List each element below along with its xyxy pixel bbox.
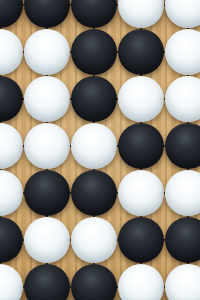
white-stone[interactable] <box>118 0 164 28</box>
white-stone[interactable] <box>0 264 23 300</box>
black-stone[interactable] <box>0 0 23 28</box>
white-stone[interactable] <box>118 76 164 122</box>
white-stone[interactable] <box>24 217 70 263</box>
white-stone[interactable] <box>71 217 117 263</box>
black-stone[interactable] <box>24 264 70 300</box>
white-stone[interactable] <box>118 264 164 300</box>
black-stone[interactable] <box>24 0 70 28</box>
white-stone[interactable] <box>0 123 23 169</box>
black-stone[interactable] <box>71 264 117 300</box>
black-stone[interactable] <box>71 170 117 216</box>
black-stone[interactable] <box>71 29 117 75</box>
black-stone[interactable] <box>118 123 164 169</box>
black-stone[interactable] <box>0 217 23 263</box>
white-stone[interactable] <box>0 29 23 75</box>
black-stone[interactable] <box>118 217 164 263</box>
photo-canvas <box>0 0 200 300</box>
white-stone[interactable] <box>0 170 23 216</box>
white-stone[interactable] <box>24 29 70 75</box>
white-stone[interactable] <box>165 76 200 122</box>
white-stone[interactable] <box>24 123 70 169</box>
black-stone[interactable] <box>165 217 200 263</box>
white-stone[interactable] <box>165 0 200 28</box>
black-stone[interactable] <box>0 76 23 122</box>
white-stone[interactable] <box>118 170 164 216</box>
white-stone[interactable] <box>71 123 117 169</box>
white-stone[interactable] <box>165 264 200 300</box>
black-stone[interactable] <box>71 0 117 28</box>
white-stone[interactable] <box>24 76 70 122</box>
black-stone[interactable] <box>165 123 200 169</box>
black-stone[interactable] <box>118 29 164 75</box>
black-stone[interactable] <box>71 76 117 122</box>
white-stone[interactable] <box>165 29 200 75</box>
white-stone[interactable] <box>165 170 200 216</box>
go-board <box>0 0 200 300</box>
black-stone[interactable] <box>24 170 70 216</box>
